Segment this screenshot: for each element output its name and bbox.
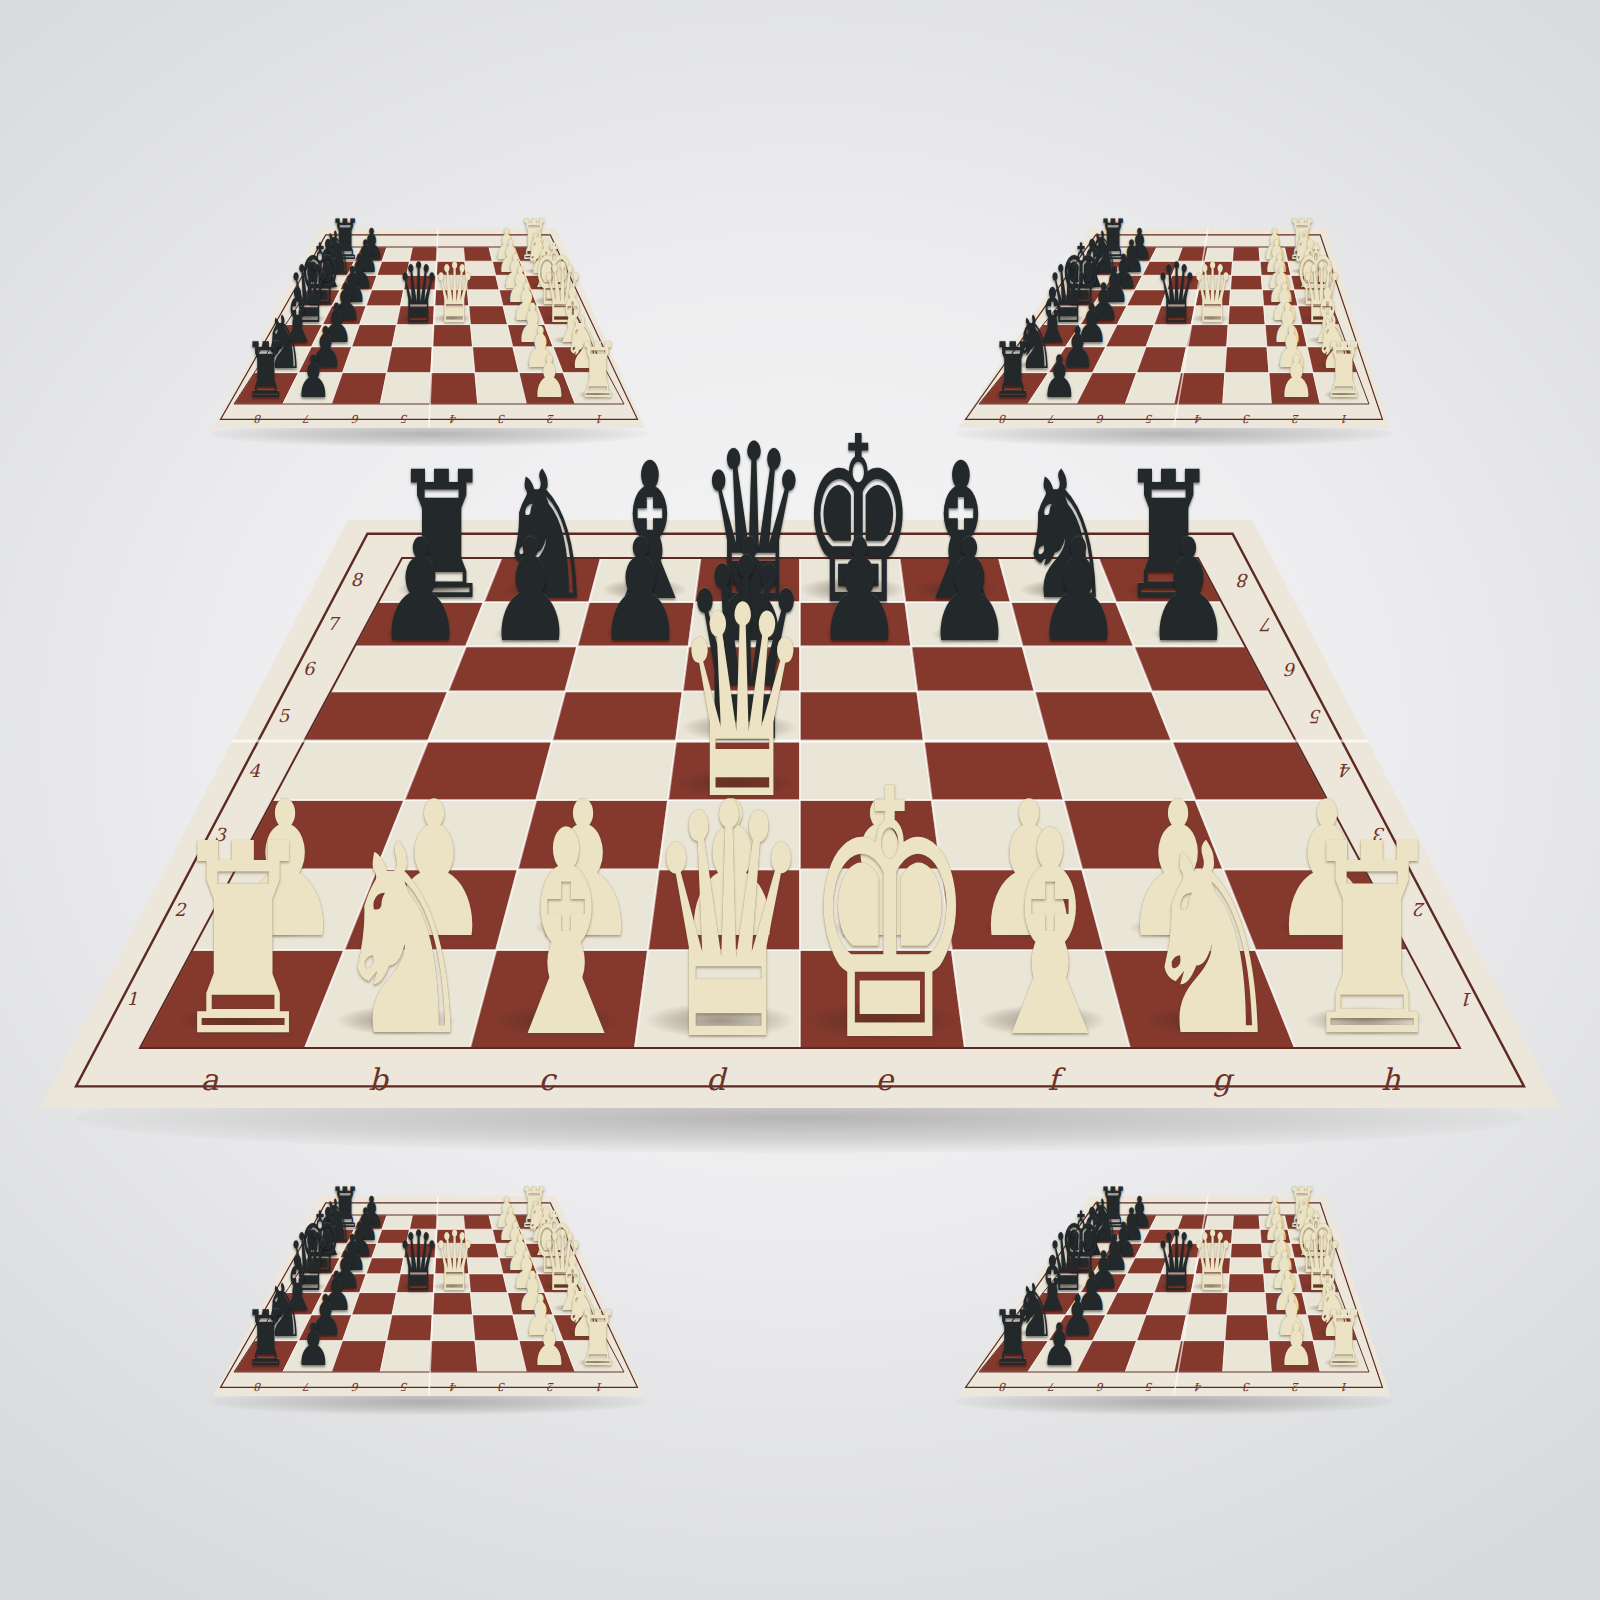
mini-rank-label-3: 3 [1243,1380,1251,1393]
square [1294,1258,1332,1274]
square [1261,1243,1294,1257]
square [1191,1274,1229,1293]
square [1199,1243,1232,1257]
mini-board-bottom-right: 87654321♜♟♟♜♞♟♟♞♝♟♟♝♚♟♟♚♛♟♛♛♟♛♝♟♟♝♞♟♟♞♜♟… [0,0,1600,1600]
square [1229,1258,1263,1274]
square [1223,1341,1272,1372]
square [1227,1293,1267,1315]
square [1262,1258,1297,1274]
square [1174,1341,1225,1372]
square [1146,1293,1191,1315]
square [1167,1243,1202,1257]
square [1228,1274,1265,1293]
mini-rank-label-5: 5 [1145,1380,1153,1393]
square [1269,1341,1320,1372]
board-graphic: 87654321 [0,0,1600,1600]
square [1205,1215,1234,1229]
square [1161,1258,1199,1274]
square [1231,1243,1263,1257]
chess-set-product-photo: abcdefgh1122334455667788♜♞♝♛♚♝♞♜♟♟♟♟♟♟♟♟… [0,0,1600,1600]
square [1195,1258,1230,1274]
square [1264,1274,1302,1293]
mini-rank-label-8: 8 [999,1380,1007,1393]
square [1154,1274,1195,1293]
square [1225,1315,1269,1341]
mini-rank-label-2: 2 [1291,1380,1299,1393]
square [1232,1229,1262,1243]
square [1233,1215,1261,1229]
square [1202,1229,1233,1243]
square [1186,1293,1228,1315]
mini-rank-label-6: 6 [1096,1380,1104,1393]
square [1260,1229,1291,1243]
square [1265,1293,1307,1315]
square [1267,1315,1313,1341]
mini-rank-label-4: 4 [1194,1380,1202,1393]
square [1259,1215,1288,1229]
mini-rank-label-1: 1 [1341,1380,1348,1393]
square [1291,1243,1326,1257]
